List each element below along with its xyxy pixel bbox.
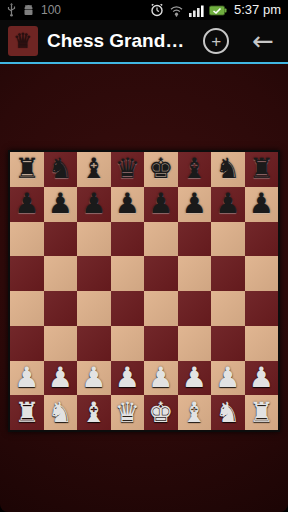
status-bar: 100 5:37 pm [0, 0, 288, 20]
square-c8[interactable]: ♝ [77, 152, 111, 187]
square-a1[interactable]: ♜ [10, 395, 44, 430]
piece-white-queen[interactable]: ♛ [115, 399, 140, 427]
piece-black-pawn[interactable]: ♟ [249, 190, 274, 218]
piece-white-pawn[interactable]: ♟ [14, 364, 39, 392]
board-frame: ♜♞♝♛♚♝♞♜♟♟♟♟♟♟♟♟♟♟♟♟♟♟♟♟♜♞♝♛♚♝♞♜ [8, 150, 280, 432]
app-icon[interactable]: ♛ [8, 26, 38, 56]
phone-screen: 100 5:37 pm ♛ Chess Grandma... + ← [0, 0, 288, 512]
square-h5[interactable] [245, 256, 279, 291]
piece-white-rook[interactable]: ♜ [249, 399, 274, 427]
square-d8[interactable]: ♛ [111, 152, 145, 187]
piece-black-pawn[interactable]: ♟ [215, 190, 240, 218]
piece-white-bishop[interactable]: ♝ [81, 399, 106, 427]
square-g8[interactable]: ♞ [211, 152, 245, 187]
piece-black-knight[interactable]: ♞ [215, 155, 240, 183]
piece-white-pawn[interactable]: ♟ [148, 364, 173, 392]
piece-white-pawn[interactable]: ♟ [249, 364, 274, 392]
square-d3[interactable] [111, 326, 145, 361]
square-g1[interactable]: ♞ [211, 395, 245, 430]
piece-white-pawn[interactable]: ♟ [48, 364, 73, 392]
square-c3[interactable] [77, 326, 111, 361]
square-a8[interactable]: ♜ [10, 152, 44, 187]
square-a2[interactable]: ♟ [10, 361, 44, 396]
square-e2[interactable]: ♟ [144, 361, 178, 396]
piece-black-pawn[interactable]: ♟ [148, 190, 173, 218]
square-b6[interactable] [44, 222, 78, 257]
square-e5[interactable] [144, 256, 178, 291]
square-h6[interactable] [245, 222, 279, 257]
square-h2[interactable]: ♟ [245, 361, 279, 396]
square-e3[interactable] [144, 326, 178, 361]
usb-icon [7, 3, 16, 17]
square-d7[interactable]: ♟ [111, 187, 145, 222]
piece-black-pawn[interactable]: ♟ [81, 190, 106, 218]
square-b8[interactable]: ♞ [44, 152, 78, 187]
square-c6[interactable] [77, 222, 111, 257]
piece-black-knight[interactable]: ♞ [48, 155, 73, 183]
piece-white-pawn[interactable]: ♟ [182, 364, 207, 392]
piece-white-bishop[interactable]: ♝ [182, 399, 207, 427]
square-c4[interactable] [77, 291, 111, 326]
android-icon [22, 4, 35, 17]
square-f2[interactable]: ♟ [178, 361, 212, 396]
square-g5[interactable] [211, 256, 245, 291]
piece-black-pawn[interactable]: ♟ [48, 190, 73, 218]
main-area: ♜♞♝♛♚♝♞♜♟♟♟♟♟♟♟♟♟♟♟♟♟♟♟♟♜♞♝♛♚♝♞♜ [0, 64, 288, 512]
square-d4[interactable] [111, 291, 145, 326]
square-c7[interactable]: ♟ [77, 187, 111, 222]
square-e7[interactable]: ♟ [144, 187, 178, 222]
piece-black-rook[interactable]: ♜ [249, 155, 274, 183]
piece-white-rook[interactable]: ♜ [14, 399, 39, 427]
battery-icon [209, 5, 227, 16]
square-g6[interactable] [211, 222, 245, 257]
square-d6[interactable] [111, 222, 145, 257]
square-f3[interactable] [178, 326, 212, 361]
battery-percent-text: 100 [41, 0, 61, 20]
piece-black-queen[interactable]: ♛ [115, 155, 140, 183]
square-e4[interactable] [144, 291, 178, 326]
piece-white-pawn[interactable]: ♟ [115, 364, 140, 392]
square-c1[interactable]: ♝ [77, 395, 111, 430]
square-f4[interactable] [178, 291, 212, 326]
square-d2[interactable]: ♟ [111, 361, 145, 396]
square-a6[interactable] [10, 222, 44, 257]
piece-white-knight[interactable]: ♞ [215, 399, 240, 427]
chess-board: ♜♞♝♛♚♝♞♜♟♟♟♟♟♟♟♟♟♟♟♟♟♟♟♟♜♞♝♛♚♝♞♜ [10, 152, 278, 430]
square-b3[interactable] [44, 326, 78, 361]
square-f6[interactable] [178, 222, 212, 257]
piece-black-pawn[interactable]: ♟ [182, 190, 207, 218]
piece-black-bishop[interactable]: ♝ [182, 155, 207, 183]
square-g7[interactable]: ♟ [211, 187, 245, 222]
app-title: Chess Grandma... [47, 30, 194, 52]
piece-white-pawn[interactable]: ♟ [81, 364, 106, 392]
square-d1[interactable]: ♛ [111, 395, 145, 430]
square-h8[interactable]: ♜ [245, 152, 279, 187]
square-b4[interactable] [44, 291, 78, 326]
square-a3[interactable] [10, 326, 44, 361]
square-g2[interactable]: ♟ [211, 361, 245, 396]
piece-white-king[interactable]: ♚ [148, 399, 173, 427]
piece-white-pawn[interactable]: ♟ [215, 364, 240, 392]
square-b7[interactable]: ♟ [44, 187, 78, 222]
status-left: 100 [7, 0, 61, 20]
square-b1[interactable]: ♞ [44, 395, 78, 430]
piece-black-king[interactable]: ♚ [148, 155, 173, 183]
square-f1[interactable]: ♝ [178, 395, 212, 430]
square-h1[interactable]: ♜ [245, 395, 279, 430]
square-a5[interactable] [10, 256, 44, 291]
square-e6[interactable] [144, 222, 178, 257]
clock-text: 5:37 pm [234, 0, 281, 20]
signal-strength-icon [189, 4, 204, 17]
square-c2[interactable]: ♟ [77, 361, 111, 396]
piece-white-knight[interactable]: ♞ [48, 399, 73, 427]
square-c5[interactable] [77, 256, 111, 291]
square-e1[interactable]: ♚ [144, 395, 178, 430]
square-b5[interactable] [44, 256, 78, 291]
square-a4[interactable] [10, 291, 44, 326]
square-d5[interactable] [111, 256, 145, 291]
square-f5[interactable] [178, 256, 212, 291]
square-h4[interactable] [245, 291, 279, 326]
back-arrow-icon[interactable]: ← [252, 28, 274, 54]
action-bar: ♛ Chess Grandma... + ← [0, 20, 288, 64]
piece-black-pawn[interactable]: ♟ [115, 190, 140, 218]
alarm-clock-icon [150, 3, 164, 17]
square-a7[interactable]: ♟ [10, 187, 44, 222]
piece-black-pawn[interactable]: ♟ [14, 190, 39, 218]
square-f7[interactable]: ♟ [178, 187, 212, 222]
square-g4[interactable] [211, 291, 245, 326]
square-e8[interactable]: ♚ [144, 152, 178, 187]
square-h7[interactable]: ♟ [245, 187, 279, 222]
square-b2[interactable]: ♟ [44, 361, 78, 396]
piece-black-rook[interactable]: ♜ [14, 155, 39, 183]
status-right: 5:37 pm [150, 0, 281, 20]
square-g3[interactable] [211, 326, 245, 361]
plus-circle-icon[interactable]: + [203, 28, 229, 54]
square-f8[interactable]: ♝ [178, 152, 212, 187]
piece-black-bishop[interactable]: ♝ [81, 155, 106, 183]
wifi-icon [169, 4, 184, 17]
square-h3[interactable] [245, 326, 279, 361]
